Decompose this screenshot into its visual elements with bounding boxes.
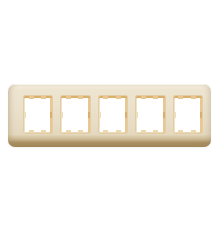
mount-notch: [50, 112, 52, 118]
mount-notch: [61, 112, 63, 118]
mount-notch: [88, 112, 90, 118]
mount-notch: [153, 130, 158, 133]
mount-notch: [141, 130, 146, 133]
mount-notch: [103, 130, 108, 133]
product-photo: [0, 0, 220, 230]
frame-openings-grid: [23, 95, 203, 134]
five-gang-frame: [8, 84, 211, 147]
mount-notch: [41, 130, 46, 133]
mount-notch: [200, 112, 202, 118]
mount-notch: [29, 96, 34, 99]
frame-opening: [98, 95, 128, 134]
mount-notch: [116, 96, 121, 99]
mount-notch: [178, 130, 183, 133]
frame-opening: [23, 95, 53, 134]
mount-notch: [78, 130, 83, 133]
mount-notch: [103, 96, 108, 99]
frame-opening: [173, 95, 203, 134]
mount-notch: [174, 112, 176, 118]
mount-notch: [29, 130, 34, 133]
mount-notch: [41, 96, 46, 99]
mount-notch: [178, 96, 183, 99]
mount-notch: [163, 112, 165, 118]
mount-notch: [78, 96, 83, 99]
mount-notch: [153, 96, 158, 99]
mount-notch: [141, 96, 146, 99]
frame-opening: [135, 95, 165, 134]
mount-notch: [116, 130, 121, 133]
mount-notch: [125, 112, 127, 118]
mount-notch: [24, 112, 26, 118]
mount-notch: [99, 112, 101, 118]
frame-opening: [60, 95, 90, 134]
mount-notch: [191, 96, 196, 99]
mount-notch: [66, 130, 71, 133]
mount-notch: [136, 112, 138, 118]
mount-notch: [66, 96, 71, 99]
mount-notch: [191, 130, 196, 133]
